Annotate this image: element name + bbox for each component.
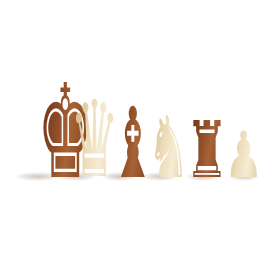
pawn-icon: ♟ (224, 123, 263, 187)
chess-piece-pawn-light: ♟ (214, 123, 270, 187)
chess-piece-set-photo: ♚ ♛ ♝ ♞ ♜ ♟ (0, 0, 270, 270)
